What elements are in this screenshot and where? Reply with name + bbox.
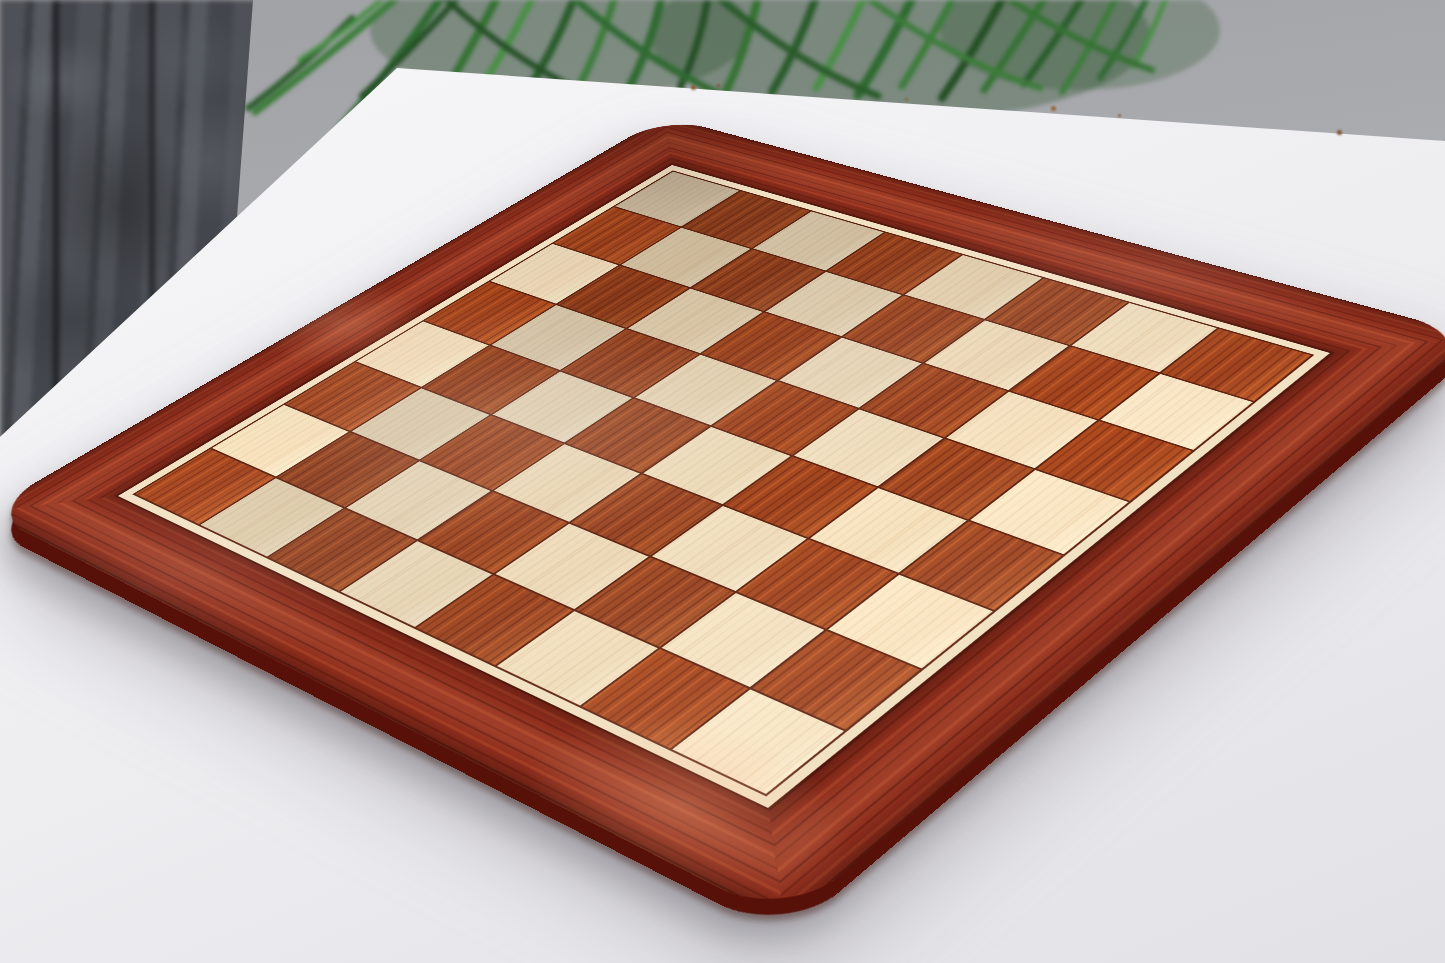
chess-board xyxy=(0,116,1445,922)
scene xyxy=(0,0,1445,963)
board-shadow-wrap xyxy=(0,0,1445,963)
